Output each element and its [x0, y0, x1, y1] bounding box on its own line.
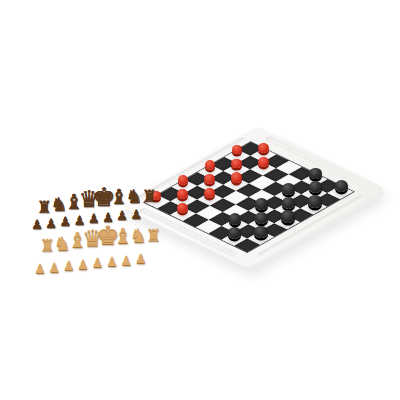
black-checker [281, 210, 295, 223]
black-checker [254, 226, 268, 239]
red-checker [258, 143, 269, 153]
light-chess-pawn: ♟ [92, 256, 104, 269]
red-checker [177, 203, 188, 213]
light-chess-rook: ♜ [146, 227, 161, 244]
dark-chess-rook: ♜ [141, 188, 156, 205]
red-checker [258, 157, 269, 167]
dark-chess-pawn: ♟ [31, 218, 43, 231]
light-chess-pawn: ♟ [135, 252, 147, 265]
black-checker [255, 198, 268, 210]
red-checker [178, 175, 188, 184]
dark-chess-pawn: ♟ [131, 208, 143, 221]
light-chess-pawn: ♟ [121, 254, 133, 267]
light-chess-pawn: ♟ [63, 259, 75, 272]
black-checker [255, 212, 268, 224]
black-checker [282, 197, 295, 209]
light-chess-pawn: ♟ [34, 262, 46, 275]
black-checker [282, 183, 295, 195]
product-photo-scene: ♜♞♝♛♚♝♞♜♟♟♟♟♟♟♟♟♜♞♝♛♚♝♞♜♟♟♟♟♟♟♟♟ [0, 0, 400, 400]
dark-chess-pawn: ♟ [45, 217, 57, 230]
light-chess-knight: ♞ [130, 226, 147, 245]
red-checker [205, 160, 215, 169]
red-checker [232, 145, 242, 154]
light-chess-pawn: ♟ [49, 261, 61, 274]
dark-chess-pawn: ♟ [60, 215, 72, 228]
red-checker [231, 159, 242, 169]
red-checker [177, 189, 188, 199]
light-chess-pawn: ♟ [106, 255, 118, 268]
black-checker [309, 168, 322, 180]
checkerboard [143, 141, 355, 253]
red-checker [204, 188, 215, 198]
light-chess-pawn: ♟ [77, 258, 89, 271]
black-checker [308, 195, 322, 208]
light-chess-rook: ♜ [39, 237, 54, 254]
red-checker [204, 174, 215, 184]
red-checker [231, 172, 242, 182]
dark-chess-knight: ♞ [125, 187, 142, 206]
dark-chess-rook: ♜ [36, 199, 51, 216]
